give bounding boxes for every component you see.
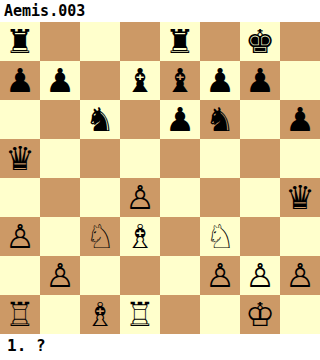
square-f8[interactable] bbox=[200, 22, 240, 61]
square-a4[interactable] bbox=[0, 178, 40, 217]
square-c4[interactable] bbox=[80, 178, 120, 217]
piece-white-rook[interactable]: ♖ bbox=[125, 295, 155, 334]
piece-white-bishop[interactable]: ♗ bbox=[125, 217, 155, 256]
square-d1[interactable]: ♖ bbox=[120, 295, 160, 334]
square-h1[interactable] bbox=[280, 295, 320, 334]
square-g5[interactable] bbox=[240, 139, 280, 178]
square-e5[interactable] bbox=[160, 139, 200, 178]
square-a3[interactable]: ♙ bbox=[0, 217, 40, 256]
piece-black-rook[interactable]: ♜ bbox=[5, 22, 35, 61]
piece-white-rook[interactable]: ♖ bbox=[5, 295, 35, 334]
square-d7[interactable]: ♝ bbox=[120, 61, 160, 100]
piece-black-knight[interactable]: ♞ bbox=[205, 100, 235, 139]
square-c3[interactable]: ♘ bbox=[80, 217, 120, 256]
square-f3[interactable]: ♘ bbox=[200, 217, 240, 256]
square-f5[interactable] bbox=[200, 139, 240, 178]
chess-board: ♜♜♚♟♟♝♝♟♟♞♟♞♟♛♙♛♙♘♗♘♙♙♙♙♖♗♖♔ bbox=[0, 22, 320, 334]
square-b4[interactable] bbox=[40, 178, 80, 217]
square-h4[interactable]: ♛ bbox=[280, 178, 320, 217]
piece-black-king[interactable]: ♚ bbox=[245, 22, 275, 61]
piece-black-pawn[interactable]: ♟ bbox=[45, 61, 75, 100]
square-e8[interactable]: ♜ bbox=[160, 22, 200, 61]
square-b2[interactable]: ♙ bbox=[40, 256, 80, 295]
square-f2[interactable]: ♙ bbox=[200, 256, 240, 295]
square-h7[interactable] bbox=[280, 61, 320, 100]
square-d2[interactable] bbox=[120, 256, 160, 295]
piece-white-pawn[interactable]: ♙ bbox=[245, 256, 275, 295]
square-h5[interactable] bbox=[280, 139, 320, 178]
square-a2[interactable] bbox=[0, 256, 40, 295]
piece-white-pawn[interactable]: ♙ bbox=[125, 178, 155, 217]
square-d5[interactable] bbox=[120, 139, 160, 178]
move-prompt: 1. ? bbox=[0, 334, 320, 360]
square-h2[interactable]: ♙ bbox=[280, 256, 320, 295]
piece-white-pawn[interactable]: ♙ bbox=[205, 256, 235, 295]
square-g4[interactable] bbox=[240, 178, 280, 217]
square-a7[interactable]: ♟ bbox=[0, 61, 40, 100]
square-f4[interactable] bbox=[200, 178, 240, 217]
square-e2[interactable] bbox=[160, 256, 200, 295]
piece-black-queen[interactable]: ♛ bbox=[5, 139, 35, 178]
piece-black-rook[interactable]: ♜ bbox=[165, 22, 195, 61]
square-f6[interactable]: ♞ bbox=[200, 100, 240, 139]
square-c8[interactable] bbox=[80, 22, 120, 61]
piece-black-pawn[interactable]: ♟ bbox=[205, 61, 235, 100]
piece-white-bishop[interactable]: ♗ bbox=[85, 295, 115, 334]
piece-white-knight[interactable]: ♘ bbox=[85, 217, 115, 256]
square-a1[interactable]: ♖ bbox=[0, 295, 40, 334]
square-c2[interactable] bbox=[80, 256, 120, 295]
square-d4[interactable]: ♙ bbox=[120, 178, 160, 217]
piece-white-knight[interactable]: ♘ bbox=[205, 217, 235, 256]
square-b8[interactable] bbox=[40, 22, 80, 61]
piece-white-king[interactable]: ♔ bbox=[245, 295, 275, 334]
square-f1[interactable] bbox=[200, 295, 240, 334]
square-b3[interactable] bbox=[40, 217, 80, 256]
square-e7[interactable]: ♝ bbox=[160, 61, 200, 100]
piece-black-knight[interactable]: ♞ bbox=[85, 100, 115, 139]
square-e3[interactable] bbox=[160, 217, 200, 256]
square-g8[interactable]: ♚ bbox=[240, 22, 280, 61]
square-e4[interactable] bbox=[160, 178, 200, 217]
square-a6[interactable] bbox=[0, 100, 40, 139]
square-b6[interactable] bbox=[40, 100, 80, 139]
piece-black-pawn[interactable]: ♟ bbox=[5, 61, 35, 100]
square-h3[interactable] bbox=[280, 217, 320, 256]
square-b1[interactable] bbox=[40, 295, 80, 334]
piece-black-bishop[interactable]: ♝ bbox=[165, 61, 195, 100]
square-g7[interactable]: ♟ bbox=[240, 61, 280, 100]
square-d8[interactable] bbox=[120, 22, 160, 61]
piece-white-pawn[interactable]: ♙ bbox=[285, 256, 315, 295]
square-b7[interactable]: ♟ bbox=[40, 61, 80, 100]
square-g1[interactable]: ♔ bbox=[240, 295, 280, 334]
piece-black-pawn[interactable]: ♟ bbox=[285, 100, 315, 139]
square-c1[interactable]: ♗ bbox=[80, 295, 120, 334]
square-g2[interactable]: ♙ bbox=[240, 256, 280, 295]
square-g3[interactable] bbox=[240, 217, 280, 256]
piece-black-bishop[interactable]: ♝ bbox=[125, 61, 155, 100]
square-c7[interactable] bbox=[80, 61, 120, 100]
square-d3[interactable]: ♗ bbox=[120, 217, 160, 256]
square-b5[interactable] bbox=[40, 139, 80, 178]
square-c5[interactable] bbox=[80, 139, 120, 178]
piece-black-pawn[interactable]: ♟ bbox=[245, 61, 275, 100]
puzzle-title: Aemis.003 bbox=[0, 0, 320, 22]
piece-black-queen[interactable]: ♛ bbox=[285, 178, 315, 217]
square-d6[interactable] bbox=[120, 100, 160, 139]
square-g6[interactable] bbox=[240, 100, 280, 139]
square-a5[interactable]: ♛ bbox=[0, 139, 40, 178]
piece-white-pawn[interactable]: ♙ bbox=[5, 217, 35, 256]
square-e1[interactable] bbox=[160, 295, 200, 334]
square-c6[interactable]: ♞ bbox=[80, 100, 120, 139]
square-e6[interactable]: ♟ bbox=[160, 100, 200, 139]
chess-puzzle-app: Aemis.003 ♜♜♚♟♟♝♝♟♟♞♟♞♟♛♙♛♙♘♗♘♙♙♙♙♖♗♖♔ 1… bbox=[0, 0, 320, 360]
square-h8[interactable] bbox=[280, 22, 320, 61]
square-h6[interactable]: ♟ bbox=[280, 100, 320, 139]
piece-black-pawn[interactable]: ♟ bbox=[165, 100, 195, 139]
square-f7[interactable]: ♟ bbox=[200, 61, 240, 100]
piece-white-pawn[interactable]: ♙ bbox=[45, 256, 75, 295]
square-a8[interactable]: ♜ bbox=[0, 22, 40, 61]
